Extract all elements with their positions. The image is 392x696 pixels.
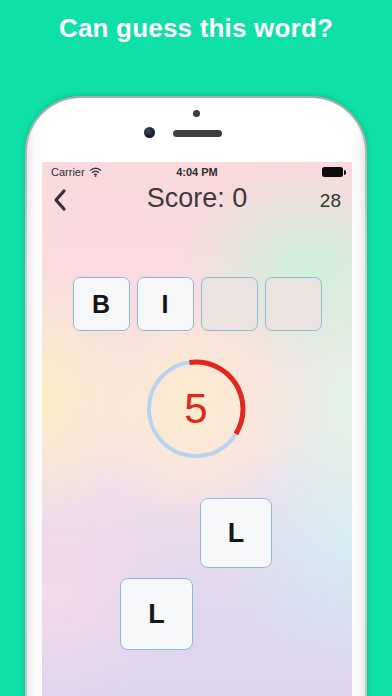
timer-seconds: 5 [146,359,246,459]
word-slot-1: B [73,277,130,331]
battery-full-icon [322,167,343,177]
phone-frame: Carrier 4:04 PM Score: 0 [25,96,367,696]
remaining-count: 28 [320,190,341,212]
word-slot-4 [265,277,322,331]
countdown-timer: 5 [146,359,246,459]
word-slot-2: I [137,277,194,331]
earpiece-speaker-icon [173,130,222,137]
word-slots-row: B I [42,277,352,331]
app-banner: Can guess this word? [0,0,392,96]
falling-letter-tile-1[interactable]: L [200,498,272,568]
battery-nub [344,170,347,175]
score-title: Score: 0 [42,183,352,214]
app-screen: Carrier 4:04 PM Score: 0 [42,162,352,696]
banner-title: Can guess this word? [0,0,392,44]
falling-letter-tile-2[interactable]: L [120,578,193,650]
front-camera-icon [144,127,155,138]
phone-bezel: Carrier 4:04 PM Score: 0 [27,98,365,696]
word-slot-3 [201,277,258,331]
status-time: 4:04 PM [42,166,352,178]
nav-bar: Score: 0 28 [42,182,352,218]
status-bar: Carrier 4:04 PM [42,162,352,182]
proximity-sensor-icon [193,110,200,117]
